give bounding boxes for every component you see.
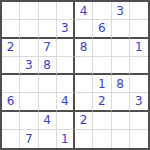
given-digit-r4c2[interactable]: 3 bbox=[20, 57, 38, 75]
cell-r6c5[interactable] bbox=[75, 93, 93, 111]
cell-r7c2[interactable] bbox=[20, 112, 38, 130]
given-digit-r5c6[interactable]: 1 bbox=[93, 75, 111, 93]
given-digit-r6c6[interactable]: 2 bbox=[93, 93, 111, 111]
cell-r4c4[interactable] bbox=[57, 57, 75, 75]
cell-r8c8[interactable] bbox=[130, 130, 148, 148]
cell-r6c3[interactable] bbox=[39, 93, 57, 111]
cell-r6c7[interactable] bbox=[112, 93, 130, 111]
cell-r7c6[interactable] bbox=[93, 112, 111, 130]
given-digit-r6c1[interactable]: 6 bbox=[2, 93, 20, 111]
given-digit-r6c8[interactable]: 3 bbox=[130, 93, 148, 111]
cell-r7c4[interactable] bbox=[57, 112, 75, 130]
cell-r7c7[interactable] bbox=[112, 112, 130, 130]
cell-r5c4[interactable] bbox=[57, 75, 75, 93]
cell-r3c7[interactable] bbox=[112, 39, 130, 57]
given-digit-r3c3[interactable]: 7 bbox=[39, 39, 57, 57]
given-digit-r5c7[interactable]: 8 bbox=[112, 75, 130, 93]
cell-r8c1[interactable] bbox=[2, 130, 20, 148]
cell-r4c6[interactable] bbox=[93, 57, 111, 75]
cell-r5c8[interactable] bbox=[130, 75, 148, 93]
cell-r8c7[interactable] bbox=[112, 130, 130, 148]
given-digit-r7c5[interactable]: 2 bbox=[75, 112, 93, 130]
cell-r5c3[interactable] bbox=[39, 75, 57, 93]
given-digit-r3c1[interactable]: 2 bbox=[2, 39, 20, 57]
cell-r2c2[interactable] bbox=[20, 20, 38, 38]
given-digit-r1c7[interactable]: 3 bbox=[112, 2, 130, 20]
given-digit-r7c3[interactable]: 4 bbox=[39, 112, 57, 130]
cell-r2c3[interactable] bbox=[39, 20, 57, 38]
cell-r2c5[interactable] bbox=[75, 20, 93, 38]
given-digit-r2c4[interactable]: 3 bbox=[57, 20, 75, 38]
cell-r8c5[interactable] bbox=[75, 130, 93, 148]
cell-r3c2[interactable] bbox=[20, 39, 38, 57]
cell-r5c5[interactable] bbox=[75, 75, 93, 93]
cell-r4c1[interactable] bbox=[2, 57, 20, 75]
cell-r1c1[interactable] bbox=[2, 2, 20, 20]
cell-r3c6[interactable] bbox=[93, 39, 111, 57]
given-digit-r3c5[interactable]: 8 bbox=[75, 39, 93, 57]
cell-r7c1[interactable] bbox=[2, 112, 20, 130]
cell-r4c7[interactable] bbox=[112, 57, 130, 75]
given-digit-r8c2[interactable]: 7 bbox=[20, 130, 38, 148]
cell-r2c7[interactable] bbox=[112, 20, 130, 38]
given-digit-r8c4[interactable]: 1 bbox=[57, 130, 75, 148]
cell-r1c3[interactable] bbox=[39, 2, 57, 20]
cell-r1c2[interactable] bbox=[20, 2, 38, 20]
cell-r3c4[interactable] bbox=[57, 39, 75, 57]
cell-r2c8[interactable] bbox=[130, 20, 148, 38]
cell-r8c3[interactable] bbox=[39, 130, 57, 148]
given-digit-r1c5[interactable]: 4 bbox=[75, 2, 93, 20]
cell-r5c1[interactable] bbox=[2, 75, 20, 93]
given-digit-r6c4[interactable]: 4 bbox=[57, 93, 75, 111]
cell-r1c6[interactable] bbox=[93, 2, 111, 20]
given-digit-r4c3[interactable]: 8 bbox=[39, 57, 57, 75]
cell-r6c2[interactable] bbox=[20, 93, 38, 111]
cell-r8c6[interactable] bbox=[93, 130, 111, 148]
given-digit-r3c8[interactable]: 1 bbox=[130, 39, 148, 57]
cell-r5c2[interactable] bbox=[20, 75, 38, 93]
cell-r2c1[interactable] bbox=[2, 20, 20, 38]
given-digit-r2c6[interactable]: 6 bbox=[93, 20, 111, 38]
cell-r1c8[interactable] bbox=[130, 2, 148, 20]
cell-r7c8[interactable] bbox=[130, 112, 148, 130]
cell-r4c8[interactable] bbox=[130, 57, 148, 75]
cell-r4c5[interactable] bbox=[75, 57, 93, 75]
cell-r1c4[interactable] bbox=[57, 2, 75, 20]
sudoku-board: 43362781381864234271 bbox=[0, 0, 150, 150]
